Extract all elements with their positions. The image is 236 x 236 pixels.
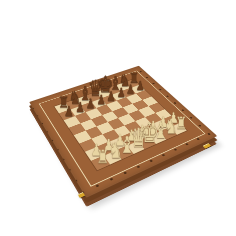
black-king: ♚: [93, 82, 118, 95]
black-pawn: ♟: [55, 103, 81, 117]
black-pawn: ♟: [98, 88, 123, 102]
square-h4: [148, 103, 164, 113]
square-g4: [138, 106, 154, 117]
square-d6: [96, 105, 112, 116]
square-g6: [126, 94, 142, 104]
chess-set-product-photo: ♜♞♝♛♚♝♞♜♟♟♟♟♟♟♟♟♟♟♟♟♟♟♟♟♜♞♝♛♚♝♞♜: [0, 0, 236, 236]
black-pawn: ♟: [128, 78, 152, 91]
square-a8: ♜: [54, 103, 69, 113]
black-bishop: ♝: [103, 79, 127, 92]
chess-board: ♜♞♝♛♚♝♞♜♟♟♟♟♟♟♟♟♟♟♟♟♟♟♟♟♜♞♝♛♚♝♞♜: [29, 66, 217, 198]
white-rook: ♜: [167, 117, 195, 132]
square-d8: ♛: [86, 92, 101, 102]
scene: ♜♞♝♛♚♝♞♜♟♟♟♟♟♟♟♟♟♟♟♟♟♟♟♟♜♞♝♛♚♝♞♜: [0, 0, 236, 236]
black-knight: ♞: [62, 93, 87, 107]
square-e8: ♚: [96, 89, 111, 98]
square-b7: ♟: [70, 106, 86, 117]
black-pawn: ♟: [88, 92, 113, 106]
square-h8: ♜: [124, 79, 139, 88]
square-c7: ♟: [81, 102, 97, 112]
square-d5: [102, 111, 118, 122]
square-c8: ♝: [76, 96, 91, 106]
black-pawn: ♟: [67, 99, 93, 113]
black-pawn: ♟: [77, 95, 103, 109]
square-a5: [69, 123, 86, 135]
square-a6: [64, 116, 80, 127]
square-b6: [75, 112, 91, 123]
black-bishop: ♝: [73, 89, 98, 103]
square-e6: [106, 101, 122, 111]
square-g1: ♞: [159, 127, 177, 139]
square-e5: [112, 107, 128, 118]
square-a7: ♟: [59, 109, 75, 120]
black-rook: ♜: [51, 96, 77, 110]
square-h3: [155, 109, 172, 120]
square-d7: ♟: [91, 98, 107, 108]
board-squares: ♜♞♝♛♚♝♞♜♟♟♟♟♟♟♟♟♟♟♟♟♟♟♟♟♜♞♝♛♚♝♞♜: [54, 79, 186, 170]
square-h5: [142, 96, 158, 106]
square-g7: ♟: [121, 88, 136, 97]
square-f7: ♟: [111, 91, 126, 101]
square-f5: [122, 104, 138, 114]
square-e7: ♟: [101, 95, 116, 105]
square-h7: ♟: [130, 85, 145, 94]
black-rook: ♜: [122, 73, 146, 86]
black-queen: ♛: [83, 86, 108, 100]
square-g8: ♞: [115, 82, 130, 91]
square-c6: [86, 108, 102, 119]
black-pawn: ♟: [118, 81, 142, 94]
square-h6: [136, 90, 152, 100]
square-h2: ♟: [162, 116, 179, 127]
board-frame: ♜♞♝♛♚♝♞♜♟♟♟♟♟♟♟♟♟♟♟♟♟♟♟♟♜♞♝♛♚♝♞♜: [29, 66, 217, 198]
square-g5: [132, 100, 148, 110]
black-knight: ♞: [113, 76, 137, 89]
square-b8: ♞: [65, 99, 80, 109]
black-pawn: ♟: [108, 85, 133, 99]
square-f8: ♝: [106, 85, 121, 94]
square-h1: ♜: [169, 123, 187, 135]
white-pawn: ♟: [160, 109, 187, 124]
square-f6: [116, 97, 132, 107]
